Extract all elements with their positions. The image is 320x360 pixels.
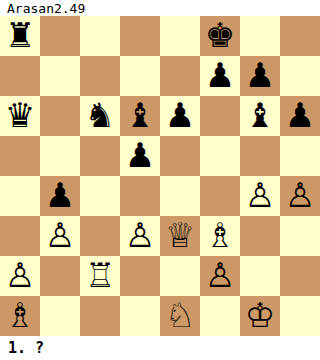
square-h2[interactable] xyxy=(280,256,320,296)
square-b7[interactable] xyxy=(40,56,80,96)
square-h8[interactable] xyxy=(280,16,320,56)
piece-black-rook[interactable]: ♜ xyxy=(5,16,35,55)
square-g8[interactable] xyxy=(240,16,280,56)
square-b4[interactable]: ♟ xyxy=(40,176,80,216)
square-c3[interactable] xyxy=(80,216,120,256)
square-e4[interactable] xyxy=(160,176,200,216)
piece-white-king[interactable]: ♔ xyxy=(245,296,275,335)
square-e1[interactable]: ♘ xyxy=(160,296,200,336)
square-e3[interactable]: ♕ xyxy=(160,216,200,256)
square-b1[interactable] xyxy=(40,296,80,336)
piece-white-pawn[interactable]: ♙ xyxy=(45,216,75,255)
piece-black-knight[interactable]: ♞ xyxy=(85,96,115,135)
square-c8[interactable] xyxy=(80,16,120,56)
piece-black-pawn[interactable]: ♟ xyxy=(205,56,235,95)
piece-black-pawn[interactable]: ♟ xyxy=(125,136,155,175)
square-c5[interactable] xyxy=(80,136,120,176)
square-e8[interactable] xyxy=(160,16,200,56)
square-a8[interactable]: ♜ xyxy=(0,16,40,56)
piece-white-bishop[interactable]: ♗ xyxy=(5,296,35,335)
square-d2[interactable] xyxy=(120,256,160,296)
square-f3[interactable]: ♗ xyxy=(200,216,240,256)
square-a7[interactable] xyxy=(0,56,40,96)
piece-white-pawn[interactable]: ♙ xyxy=(125,216,155,255)
square-d7[interactable] xyxy=(120,56,160,96)
square-f5[interactable] xyxy=(200,136,240,176)
square-h7[interactable] xyxy=(280,56,320,96)
piece-black-pawn[interactable]: ♟ xyxy=(285,96,315,135)
square-a2[interactable]: ♙ xyxy=(0,256,40,296)
square-b8[interactable] xyxy=(40,16,80,56)
square-g3[interactable] xyxy=(240,216,280,256)
status-bar: 1. ? xyxy=(0,336,320,360)
square-f8[interactable]: ♚ xyxy=(200,16,240,56)
piece-white-queen[interactable]: ♕ xyxy=(165,216,195,255)
square-b2[interactable] xyxy=(40,256,80,296)
square-d5[interactable]: ♟ xyxy=(120,136,160,176)
square-g1[interactable]: ♔ xyxy=(240,296,280,336)
square-d4[interactable] xyxy=(120,176,160,216)
square-h6[interactable]: ♟ xyxy=(280,96,320,136)
square-d3[interactable]: ♙ xyxy=(120,216,160,256)
square-e6[interactable]: ♟ xyxy=(160,96,200,136)
square-h1[interactable] xyxy=(280,296,320,336)
square-g6[interactable]: ♝ xyxy=(240,96,280,136)
square-e7[interactable] xyxy=(160,56,200,96)
square-a5[interactable] xyxy=(0,136,40,176)
piece-white-bishop[interactable]: ♗ xyxy=(205,216,235,255)
square-c4[interactable] xyxy=(80,176,120,216)
piece-white-rook[interactable]: ♖ xyxy=(85,256,115,295)
piece-black-king[interactable]: ♚ xyxy=(205,16,235,55)
square-a3[interactable] xyxy=(0,216,40,256)
square-f7[interactable]: ♟ xyxy=(200,56,240,96)
piece-black-queen[interactable]: ♛ xyxy=(5,96,35,135)
piece-white-pawn[interactable]: ♙ xyxy=(5,256,35,295)
square-f6[interactable] xyxy=(200,96,240,136)
square-d8[interactable] xyxy=(120,16,160,56)
piece-white-pawn[interactable]: ♙ xyxy=(285,176,315,215)
square-g4[interactable]: ♙ xyxy=(240,176,280,216)
piece-black-bishop[interactable]: ♝ xyxy=(245,96,275,135)
square-a4[interactable] xyxy=(0,176,40,216)
square-g5[interactable] xyxy=(240,136,280,176)
square-e5[interactable] xyxy=(160,136,200,176)
square-c1[interactable] xyxy=(80,296,120,336)
title-bar: Arasan2.49 xyxy=(0,0,320,16)
square-b5[interactable] xyxy=(40,136,80,176)
square-e2[interactable] xyxy=(160,256,200,296)
piece-black-pawn[interactable]: ♟ xyxy=(45,176,75,215)
piece-white-pawn[interactable]: ♙ xyxy=(205,256,235,295)
move-prompt: 1. ? xyxy=(8,339,44,357)
piece-white-pawn[interactable]: ♙ xyxy=(245,176,275,215)
chess-board: ♜♚♟♟♛♞♝♟♝♟♟♟♙♙♙♙♕♗♙♖♙♗♘♔ xyxy=(0,16,320,336)
square-b3[interactable]: ♙ xyxy=(40,216,80,256)
piece-white-knight[interactable]: ♘ xyxy=(165,296,195,335)
square-f4[interactable] xyxy=(200,176,240,216)
window-title: Arasan2.49 xyxy=(7,1,85,16)
square-c7[interactable] xyxy=(80,56,120,96)
square-c6[interactable]: ♞ xyxy=(80,96,120,136)
square-d6[interactable]: ♝ xyxy=(120,96,160,136)
square-h4[interactable]: ♙ xyxy=(280,176,320,216)
square-g2[interactable] xyxy=(240,256,280,296)
square-b6[interactable] xyxy=(40,96,80,136)
square-a6[interactable]: ♛ xyxy=(0,96,40,136)
piece-black-pawn[interactable]: ♟ xyxy=(245,56,275,95)
piece-black-bishop[interactable]: ♝ xyxy=(125,96,155,135)
square-f1[interactable] xyxy=(200,296,240,336)
square-f2[interactable]: ♙ xyxy=(200,256,240,296)
square-d1[interactable] xyxy=(120,296,160,336)
square-g7[interactable]: ♟ xyxy=(240,56,280,96)
square-a1[interactable]: ♗ xyxy=(0,296,40,336)
piece-black-pawn[interactable]: ♟ xyxy=(165,96,195,135)
square-h5[interactable] xyxy=(280,136,320,176)
square-c2[interactable]: ♖ xyxy=(80,256,120,296)
square-h3[interactable] xyxy=(280,216,320,256)
chess-app-window: Arasan2.49 ♜♚♟♟♛♞♝♟♝♟♟♟♙♙♙♙♕♗♙♖♙♗♘♔ 1. ? xyxy=(0,0,320,360)
